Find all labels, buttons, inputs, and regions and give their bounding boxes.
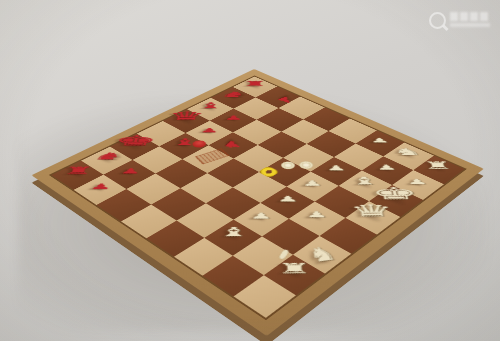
red-pawn-piece: ♟ [224, 115, 243, 120]
red-bishop-piece: ♝ [197, 102, 224, 109]
red-rook-piece: ♜ [242, 80, 267, 87]
red-knight-piece: ♞ [220, 91, 246, 98]
red-knight-piece: ♞ [92, 152, 123, 161]
red-pawn-piece: ♟ [200, 127, 220, 133]
watermark [429, 12, 490, 29]
red-bishop-piece: ♝ [170, 138, 199, 146]
ivory-pawn-piece: ♟ [325, 165, 346, 171]
auction-photo-scene: ♜♟♞♝♟♛♟♟♝♚♞♟♜♟♟♞♜♟♟♟♝♚♟♛♟♟♟♞♝♜ [0, 0, 500, 341]
ivory-rook-piece: ♜ [421, 161, 453, 170]
red-queen-piece: ♛ [168, 111, 207, 121]
ivory-knight-piece: ♞ [392, 148, 423, 157]
magnifier-icon [429, 12, 446, 29]
watermark-subtext [450, 23, 490, 27]
red-king-piece: ♚ [113, 135, 158, 148]
watermark-characters [450, 12, 490, 21]
ivory-pawn-piece: ♟ [369, 137, 390, 143]
watermark-text [450, 12, 490, 27]
ivory-pawn-piece: ♟ [376, 164, 398, 170]
